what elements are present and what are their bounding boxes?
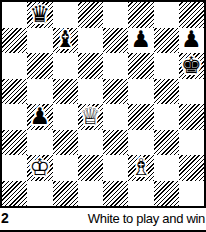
square-a5[interactable] <box>2 79 27 105</box>
square-b1[interactable] <box>27 181 52 207</box>
square-e3[interactable] <box>103 130 128 156</box>
square-f3[interactable] <box>128 130 153 156</box>
square-b8[interactable]: ♛♛ <box>27 2 52 28</box>
square-e7[interactable] <box>103 28 128 54</box>
square-c3[interactable] <box>53 130 78 156</box>
square-a7[interactable] <box>2 28 27 54</box>
black-bishop-glyph: ♝ <box>53 28 78 51</box>
square-g2[interactable] <box>154 155 179 181</box>
piece-white-bishop[interactable]: ♝♗ <box>128 155 153 181</box>
caption-bar: 2 White to play and win <box>0 208 206 232</box>
square-f5[interactable] <box>128 79 153 105</box>
square-h3[interactable] <box>179 130 204 156</box>
piece-white-queen[interactable]: ♛♕ <box>78 104 103 130</box>
square-f2[interactable]: ♝♗ <box>128 155 153 181</box>
black-pawn-glyph: ♟ <box>179 28 204 51</box>
square-b4[interactable]: ♟♟ <box>27 104 52 130</box>
square-d5[interactable] <box>78 79 103 105</box>
square-e4[interactable] <box>103 104 128 130</box>
piece-black-pawn[interactable]: ♟♟ <box>179 28 204 54</box>
square-a8[interactable] <box>2 2 27 28</box>
square-c8[interactable] <box>53 2 78 28</box>
square-d4[interactable]: ♛♕ <box>78 104 103 130</box>
square-a3[interactable] <box>2 130 27 156</box>
square-d1[interactable] <box>78 181 103 207</box>
square-g7[interactable] <box>154 28 179 54</box>
square-f6[interactable] <box>128 53 153 79</box>
black-pawn-glyph: ♟ <box>128 28 153 51</box>
piece-black-queen[interactable]: ♛♛ <box>27 2 52 28</box>
square-d7[interactable] <box>78 28 103 54</box>
square-a6[interactable] <box>2 53 27 79</box>
square-c7[interactable]: ♝♝ <box>53 28 78 54</box>
square-e1[interactable] <box>103 181 128 207</box>
square-b3[interactable] <box>27 130 52 156</box>
white-queen-glyph: ♕ <box>78 105 103 128</box>
piece-black-king[interactable]: ♚♚ <box>179 53 204 79</box>
square-b2[interactable]: ♚♔ <box>27 155 52 181</box>
square-g6[interactable] <box>154 53 179 79</box>
square-c4[interactable] <box>53 104 78 130</box>
square-h6[interactable]: ♚♚ <box>179 53 204 79</box>
square-f8[interactable] <box>128 2 153 28</box>
square-g5[interactable] <box>154 79 179 105</box>
square-e2[interactable] <box>103 155 128 181</box>
puzzle-number: 2 <box>1 210 9 226</box>
square-g1[interactable] <box>154 181 179 207</box>
white-king-glyph: ♔ <box>27 156 52 179</box>
square-f7[interactable]: ♟♟ <box>128 28 153 54</box>
square-c6[interactable] <box>53 53 78 79</box>
black-king-glyph: ♚ <box>179 54 204 77</box>
square-g4[interactable] <box>154 104 179 130</box>
square-d3[interactable] <box>78 130 103 156</box>
square-b6[interactable] <box>27 53 52 79</box>
square-h4[interactable] <box>179 104 204 130</box>
square-h7[interactable]: ♟♟ <box>179 28 204 54</box>
square-e8[interactable] <box>103 2 128 28</box>
square-b7[interactable] <box>27 28 52 54</box>
square-e6[interactable] <box>103 53 128 79</box>
square-h2[interactable] <box>179 155 204 181</box>
square-a4[interactable] <box>2 104 27 130</box>
square-h1[interactable] <box>179 181 204 207</box>
square-d2[interactable] <box>78 155 103 181</box>
caption-text: White to play and win <box>88 211 205 226</box>
black-queen-glyph: ♛ <box>27 3 52 26</box>
square-g3[interactable] <box>154 130 179 156</box>
chess-board: ♛♛♝♝♟♟♟♟♚♚♟♟♛♕♚♔♝♗ <box>0 0 206 208</box>
square-a1[interactable] <box>2 181 27 207</box>
black-pawn-glyph: ♟ <box>27 105 52 128</box>
square-f1[interactable] <box>128 181 153 207</box>
piece-white-king[interactable]: ♚♔ <box>27 155 52 181</box>
white-bishop-glyph: ♗ <box>128 156 153 179</box>
square-a2[interactable] <box>2 155 27 181</box>
piece-black-pawn[interactable]: ♟♟ <box>27 104 52 130</box>
piece-black-bishop[interactable]: ♝♝ <box>53 28 78 54</box>
square-b5[interactable] <box>27 79 52 105</box>
square-c2[interactable] <box>53 155 78 181</box>
square-e5[interactable] <box>103 79 128 105</box>
square-d6[interactable] <box>78 53 103 79</box>
square-c1[interactable] <box>53 181 78 207</box>
square-h8[interactable] <box>179 2 204 28</box>
square-d8[interactable] <box>78 2 103 28</box>
square-f4[interactable] <box>128 104 153 130</box>
piece-black-pawn[interactable]: ♟♟ <box>128 28 153 54</box>
square-c5[interactable] <box>53 79 78 105</box>
square-g8[interactable] <box>154 2 179 28</box>
square-h5[interactable] <box>179 79 204 105</box>
chess-puzzle-diagram: ♛♛♝♝♟♟♟♟♚♚♟♟♛♕♚♔♝♗ 2 White to play and w… <box>0 0 206 232</box>
